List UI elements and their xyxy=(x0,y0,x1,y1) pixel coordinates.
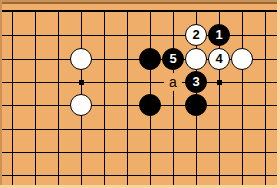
stone-black xyxy=(139,94,161,116)
stone-black xyxy=(185,94,207,116)
grid-line xyxy=(0,152,280,153)
go-board: 52314a xyxy=(0,0,280,188)
stone-black-move-1: 1 xyxy=(208,24,230,46)
stone-black-move-3: 3 xyxy=(185,71,207,93)
stone-black-move-5: 5 xyxy=(162,48,184,70)
grid-line xyxy=(104,11,105,185)
grid-line xyxy=(0,35,280,36)
border-bottom xyxy=(0,185,280,188)
grid-line xyxy=(0,175,280,176)
stone-white-move-4: 4 xyxy=(208,48,230,70)
border-left xyxy=(0,0,2,188)
hoshi-marker xyxy=(79,80,84,85)
hoshi-marker xyxy=(217,80,222,85)
grid-line xyxy=(242,11,243,185)
stone-white xyxy=(231,48,253,70)
grid-line xyxy=(127,11,128,185)
stone-white xyxy=(70,94,92,116)
stone-white-move-2: 2 xyxy=(185,24,207,46)
border-right xyxy=(277,0,280,188)
point-label-a: a xyxy=(164,73,182,91)
grid-line xyxy=(58,11,59,185)
board-top-edge-line xyxy=(0,10,280,12)
grid-line xyxy=(0,82,280,83)
grid-line xyxy=(265,11,266,185)
stone-white xyxy=(70,48,92,70)
grid-line xyxy=(0,129,280,130)
grid-line xyxy=(35,11,36,185)
grid-line xyxy=(12,11,13,185)
board-field: 52314a xyxy=(0,0,280,188)
border-top-inner xyxy=(0,2,280,4)
grid-line xyxy=(173,11,174,185)
stone-white xyxy=(185,48,207,70)
stone-black xyxy=(139,48,161,70)
